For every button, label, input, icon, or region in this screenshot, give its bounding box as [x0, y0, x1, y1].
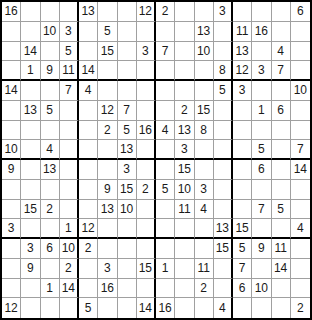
cell-r13c9-empty[interactable]: [156, 239, 175, 259]
cell-r5c6-empty[interactable]: [98, 81, 117, 101]
cell-r2c1-empty[interactable]: [2, 22, 21, 42]
cell-r8c8-empty[interactable]: [137, 140, 156, 160]
cell-r8c11-empty[interactable]: [195, 140, 214, 160]
cell-r3c9-given[interactable]: 7: [156, 42, 175, 62]
cell-r12c12-given[interactable]: 13: [214, 219, 233, 239]
cell-r5c2-empty[interactable]: [21, 81, 40, 101]
cell-r14c6-given[interactable]: 3: [98, 259, 117, 279]
cell-r5c10-empty[interactable]: [175, 81, 194, 101]
cell-r8c14-given[interactable]: 5: [252, 140, 271, 160]
cell-r8c10-given[interactable]: 3: [175, 140, 194, 160]
cell-r13c15-given[interactable]: 11: [272, 239, 291, 259]
cell-r15c10-empty[interactable]: [175, 279, 194, 299]
cell-r13c5-given[interactable]: 2: [79, 239, 98, 259]
cell-r5c12-given[interactable]: 5: [214, 81, 233, 101]
cell-r8c2-empty[interactable]: [21, 140, 40, 160]
cell-r7c12-empty[interactable]: [214, 121, 233, 141]
cell-r9c4-empty[interactable]: [60, 160, 79, 180]
cell-r10c13-empty[interactable]: [233, 180, 252, 200]
cell-r15c16-empty[interactable]: [291, 279, 310, 299]
cell-r5c7-empty[interactable]: [118, 81, 137, 101]
cell-r7c8-given[interactable]: 16: [137, 121, 156, 141]
cell-r12c14-empty[interactable]: [252, 219, 271, 239]
cell-r1c10-empty[interactable]: [175, 2, 194, 22]
cell-r15c15-empty[interactable]: [272, 279, 291, 299]
cell-r11c3-given[interactable]: 2: [41, 200, 60, 220]
cell-r16c8-given[interactable]: 14: [137, 298, 156, 318]
cell-r8c15-empty[interactable]: [272, 140, 291, 160]
cell-r9c5-empty[interactable]: [79, 160, 98, 180]
cell-r1c16-given[interactable]: 6: [291, 2, 310, 22]
cell-r14c2-given[interactable]: 9: [21, 259, 40, 279]
cell-r9c15-empty[interactable]: [272, 160, 291, 180]
cell-r5c8-empty[interactable]: [137, 81, 156, 101]
cell-r8c6-empty[interactable]: [98, 140, 117, 160]
cell-r4c6-empty[interactable]: [98, 61, 117, 81]
cell-r5c1-given[interactable]: 14: [2, 81, 21, 101]
cell-r15c13-given[interactable]: 6: [233, 279, 252, 299]
cell-r2c10-empty[interactable]: [175, 22, 194, 42]
cell-r16c6-empty[interactable]: [98, 298, 117, 318]
cell-r2c6-given[interactable]: 5: [98, 22, 117, 42]
cell-r10c11-given[interactable]: 3: [195, 180, 214, 200]
cell-r1c4-empty[interactable]: [60, 2, 79, 22]
cell-r6c9-empty[interactable]: [156, 101, 175, 121]
cell-r3c11-given[interactable]: 10: [195, 42, 214, 62]
cell-r15c14-given[interactable]: 10: [252, 279, 271, 299]
cell-r6c15-given[interactable]: 6: [272, 101, 291, 121]
cell-r8c12-empty[interactable]: [214, 140, 233, 160]
cell-r15c11-given[interactable]: 2: [195, 279, 214, 299]
cell-r15c1-empty[interactable]: [2, 279, 21, 299]
cell-r7c1-empty[interactable]: [2, 121, 21, 141]
cell-r8c5-empty[interactable]: [79, 140, 98, 160]
cell-r14c1-empty[interactable]: [2, 259, 21, 279]
cell-r13c1-empty[interactable]: [2, 239, 21, 259]
cell-r11c12-empty[interactable]: [214, 200, 233, 220]
cell-r8c7-given[interactable]: 13: [118, 140, 137, 160]
cell-r10c8-given[interactable]: 2: [137, 180, 156, 200]
cell-r3c13-given[interactable]: 13: [233, 42, 252, 62]
cell-r7c7-given[interactable]: 5: [118, 121, 137, 141]
cell-r7c6-given[interactable]: 2: [98, 121, 117, 141]
cell-r16c14-empty[interactable]: [252, 298, 271, 318]
cell-r1c13-empty[interactable]: [233, 2, 252, 22]
cell-r12c3-empty[interactable]: [41, 219, 60, 239]
cell-r6c6-given[interactable]: 12: [98, 101, 117, 121]
cell-r3c7-empty[interactable]: [118, 42, 137, 62]
cell-r3c1-empty[interactable]: [2, 42, 21, 62]
cell-r16c1-given[interactable]: 12: [2, 298, 21, 318]
cell-r9c3-given[interactable]: 13: [41, 160, 60, 180]
cell-r10c6-given[interactable]: 9: [98, 180, 117, 200]
cell-r6c3-given[interactable]: 5: [41, 101, 60, 121]
cell-r10c12-empty[interactable]: [214, 180, 233, 200]
cell-r2c3-given[interactable]: 10: [41, 22, 60, 42]
cell-r13c11-empty[interactable]: [195, 239, 214, 259]
cell-r14c14-empty[interactable]: [252, 259, 271, 279]
cell-r9c2-empty[interactable]: [21, 160, 40, 180]
cell-r2c14-given[interactable]: 16: [252, 22, 271, 42]
cell-r2c9-empty[interactable]: [156, 22, 175, 42]
cell-r12c11-empty[interactable]: [195, 219, 214, 239]
cell-r15c9-empty[interactable]: [156, 279, 175, 299]
cell-r16c12-given[interactable]: 4: [214, 298, 233, 318]
cell-r4c1-empty[interactable]: [2, 61, 21, 81]
cell-r13c7-empty[interactable]: [118, 239, 137, 259]
cell-r3c4-given[interactable]: 5: [60, 42, 79, 62]
cell-r10c14-empty[interactable]: [252, 180, 271, 200]
cell-r11c15-given[interactable]: 5: [272, 200, 291, 220]
cell-r12c4-given[interactable]: 1: [60, 219, 79, 239]
cell-r12c8-empty[interactable]: [137, 219, 156, 239]
cell-r3c10-empty[interactable]: [175, 42, 194, 62]
cell-r12c7-empty[interactable]: [118, 219, 137, 239]
cell-r15c7-empty[interactable]: [118, 279, 137, 299]
cell-r3c14-empty[interactable]: [252, 42, 271, 62]
cell-r3c5-empty[interactable]: [79, 42, 98, 62]
cell-r7c14-empty[interactable]: [252, 121, 271, 141]
cell-r12c9-empty[interactable]: [156, 219, 175, 239]
cell-r1c2-empty[interactable]: [21, 2, 40, 22]
cell-r1c12-given[interactable]: 3: [214, 2, 233, 22]
cell-r16c10-empty[interactable]: [175, 298, 194, 318]
cell-r9c13-empty[interactable]: [233, 160, 252, 180]
cell-r6c16-empty[interactable]: [291, 101, 310, 121]
cell-r9c6-empty[interactable]: [98, 160, 117, 180]
cell-r2c5-empty[interactable]: [79, 22, 98, 42]
cell-r5c9-empty[interactable]: [156, 81, 175, 101]
cell-r1c6-empty[interactable]: [98, 2, 117, 22]
cell-r14c16-empty[interactable]: [291, 259, 310, 279]
cell-r5c15-empty[interactable]: [272, 81, 291, 101]
cell-r6c2-given[interactable]: 13: [21, 101, 40, 121]
cell-r4c14-given[interactable]: 3: [252, 61, 271, 81]
cell-r13c8-empty[interactable]: [137, 239, 156, 259]
cell-r9c9-empty[interactable]: [156, 160, 175, 180]
cell-r10c9-given[interactable]: 5: [156, 180, 175, 200]
cell-r11c13-empty[interactable]: [233, 200, 252, 220]
cell-r2c7-empty[interactable]: [118, 22, 137, 42]
cell-r10c1-empty[interactable]: [2, 180, 21, 200]
cell-r12c15-empty[interactable]: [272, 219, 291, 239]
cell-r6c7-given[interactable]: 7: [118, 101, 137, 121]
cell-r2c15-empty[interactable]: [272, 22, 291, 42]
cell-r13c10-empty[interactable]: [175, 239, 194, 259]
cell-r16c15-empty[interactable]: [272, 298, 291, 318]
cell-r11c8-empty[interactable]: [137, 200, 156, 220]
cell-r9c14-given[interactable]: 6: [252, 160, 271, 180]
cell-r13c6-empty[interactable]: [98, 239, 117, 259]
cell-r7c9-given[interactable]: 4: [156, 121, 175, 141]
cell-r1c11-empty[interactable]: [195, 2, 214, 22]
cell-r8c13-empty[interactable]: [233, 140, 252, 160]
cell-r8c1-given[interactable]: 10: [2, 140, 21, 160]
cell-r9c16-given[interactable]: 14: [291, 160, 310, 180]
cell-r7c3-empty[interactable]: [41, 121, 60, 141]
cell-r15c2-empty[interactable]: [21, 279, 40, 299]
cell-r4c3-given[interactable]: 9: [41, 61, 60, 81]
cell-r5c11-empty[interactable]: [195, 81, 214, 101]
cell-r10c5-empty[interactable]: [79, 180, 98, 200]
cell-r6c1-empty[interactable]: [2, 101, 21, 121]
cell-r15c5-empty[interactable]: [79, 279, 98, 299]
cell-r14c7-empty[interactable]: [118, 259, 137, 279]
cell-r13c12-given[interactable]: 15: [214, 239, 233, 259]
cell-r15c8-empty[interactable]: [137, 279, 156, 299]
cell-r12c2-empty[interactable]: [21, 219, 40, 239]
cell-r10c16-empty[interactable]: [291, 180, 310, 200]
cell-r15c4-given[interactable]: 14: [60, 279, 79, 299]
cell-r7c10-given[interactable]: 13: [175, 121, 194, 141]
cell-r11c11-given[interactable]: 4: [195, 200, 214, 220]
cell-r5c4-given[interactable]: 7: [60, 81, 79, 101]
cell-r6c13-empty[interactable]: [233, 101, 252, 121]
cell-r2c11-given[interactable]: 13: [195, 22, 214, 42]
cell-r14c5-empty[interactable]: [79, 259, 98, 279]
cell-r3c3-empty[interactable]: [41, 42, 60, 62]
cell-r11c16-empty[interactable]: [291, 200, 310, 220]
cell-r5c13-given[interactable]: 3: [233, 81, 252, 101]
cell-r10c2-empty[interactable]: [21, 180, 40, 200]
cell-r11c6-given[interactable]: 13: [98, 200, 117, 220]
cell-r16c4-empty[interactable]: [60, 298, 79, 318]
cell-r4c4-given[interactable]: 11: [60, 61, 79, 81]
cell-r14c3-empty[interactable]: [41, 259, 60, 279]
cell-r14c4-given[interactable]: 2: [60, 259, 79, 279]
cell-r13c4-given[interactable]: 10: [60, 239, 79, 259]
cell-r16c9-given[interactable]: 16: [156, 298, 175, 318]
cell-r11c4-empty[interactable]: [60, 200, 79, 220]
cell-r7c2-empty[interactable]: [21, 121, 40, 141]
cell-r14c15-given[interactable]: 14: [272, 259, 291, 279]
cell-r9c10-given[interactable]: 15: [175, 160, 194, 180]
cell-r1c7-empty[interactable]: [118, 2, 137, 22]
cell-r1c1-given[interactable]: 16: [2, 2, 21, 22]
cell-r4c7-empty[interactable]: [118, 61, 137, 81]
cell-r9c7-given[interactable]: 3: [118, 160, 137, 180]
cell-r2c16-empty[interactable]: [291, 22, 310, 42]
cell-r7c15-empty[interactable]: [272, 121, 291, 141]
cell-r13c3-given[interactable]: 6: [41, 239, 60, 259]
cell-r12c10-empty[interactable]: [175, 219, 194, 239]
cell-r13c16-empty[interactable]: [291, 239, 310, 259]
cell-r16c16-given[interactable]: 2: [291, 298, 310, 318]
cell-r4c12-given[interactable]: 8: [214, 61, 233, 81]
cell-r9c8-empty[interactable]: [137, 160, 156, 180]
cell-r8c3-given[interactable]: 4: [41, 140, 60, 160]
cell-r5c14-empty[interactable]: [252, 81, 271, 101]
cell-r5c16-given[interactable]: 10: [291, 81, 310, 101]
cell-r6c12-empty[interactable]: [214, 101, 233, 121]
cell-r10c3-empty[interactable]: [41, 180, 60, 200]
cell-r10c7-given[interactable]: 15: [118, 180, 137, 200]
cell-r1c5-given[interactable]: 13: [79, 2, 98, 22]
cell-r2c2-empty[interactable]: [21, 22, 40, 42]
cell-r2c13-given[interactable]: 11: [233, 22, 252, 42]
cell-r3c2-given[interactable]: 14: [21, 42, 40, 62]
cell-r10c15-empty[interactable]: [272, 180, 291, 200]
cell-r14c10-empty[interactable]: [175, 259, 194, 279]
cell-r14c8-given[interactable]: 15: [137, 259, 156, 279]
cell-r11c9-empty[interactable]: [156, 200, 175, 220]
cell-r15c12-empty[interactable]: [214, 279, 233, 299]
cell-r6c11-given[interactable]: 15: [195, 101, 214, 121]
cell-r4c8-empty[interactable]: [137, 61, 156, 81]
cell-r16c11-empty[interactable]: [195, 298, 214, 318]
cell-r7c16-empty[interactable]: [291, 121, 310, 141]
cell-r9c1-given[interactable]: 9: [2, 160, 21, 180]
cell-r6c4-empty[interactable]: [60, 101, 79, 121]
cell-r7c5-empty[interactable]: [79, 121, 98, 141]
cell-r16c13-empty[interactable]: [233, 298, 252, 318]
cell-r6c10-given[interactable]: 2: [175, 101, 194, 121]
cell-r4c10-empty[interactable]: [175, 61, 194, 81]
cell-r4c16-empty[interactable]: [291, 61, 310, 81]
cell-r3c16-empty[interactable]: [291, 42, 310, 62]
cell-r10c10-given[interactable]: 10: [175, 180, 194, 200]
cell-r11c10-given[interactable]: 11: [175, 200, 194, 220]
cell-r13c2-given[interactable]: 3: [21, 239, 40, 259]
cell-r14c13-given[interactable]: 7: [233, 259, 252, 279]
cell-r8c4-empty[interactable]: [60, 140, 79, 160]
cell-r10c4-empty[interactable]: [60, 180, 79, 200]
cell-r6c14-given[interactable]: 1: [252, 101, 271, 121]
cell-r5c3-empty[interactable]: [41, 81, 60, 101]
cell-r8c16-given[interactable]: 7: [291, 140, 310, 160]
cell-r2c12-empty[interactable]: [214, 22, 233, 42]
cell-r4c15-given[interactable]: 7: [272, 61, 291, 81]
cell-r4c5-given[interactable]: 14: [79, 61, 98, 81]
cell-r12c6-empty[interactable]: [98, 219, 117, 239]
cell-r14c12-empty[interactable]: [214, 259, 233, 279]
cell-r5c5-given[interactable]: 4: [79, 81, 98, 101]
cell-r1c3-empty[interactable]: [41, 2, 60, 22]
cell-r13c13-given[interactable]: 5: [233, 239, 252, 259]
cell-r3c8-given[interactable]: 3: [137, 42, 156, 62]
cell-r7c13-empty[interactable]: [233, 121, 252, 141]
cell-r11c5-empty[interactable]: [79, 200, 98, 220]
cell-r7c11-given[interactable]: 8: [195, 121, 214, 141]
cell-r7c4-empty[interactable]: [60, 121, 79, 141]
cell-r4c11-empty[interactable]: [195, 61, 214, 81]
cell-r14c11-given[interactable]: 11: [195, 259, 214, 279]
cell-r1c15-empty[interactable]: [272, 2, 291, 22]
cell-r3c12-empty[interactable]: [214, 42, 233, 62]
cell-r9c11-empty[interactable]: [195, 160, 214, 180]
cell-r1c8-given[interactable]: 12: [137, 2, 156, 22]
cell-r14c9-given[interactable]: 1: [156, 259, 175, 279]
cell-r3c15-given[interactable]: 4: [272, 42, 291, 62]
cell-r16c5-given[interactable]: 5: [79, 298, 98, 318]
sudoku-board: 1613122361035131116145153710134191114812…: [0, 0, 312, 320]
cell-r1c9-given[interactable]: 2: [156, 2, 175, 22]
cell-r11c14-given[interactable]: 7: [252, 200, 271, 220]
cell-r13c14-given[interactable]: 9: [252, 239, 271, 259]
cell-r16c7-empty[interactable]: [118, 298, 137, 318]
cell-r8c9-empty[interactable]: [156, 140, 175, 160]
cell-r3c6-given[interactable]: 15: [98, 42, 117, 62]
cell-r4c13-given[interactable]: 12: [233, 61, 252, 81]
cell-r11c2-given[interactable]: 15: [21, 200, 40, 220]
cell-r2c4-given[interactable]: 3: [60, 22, 79, 42]
cell-r4c9-empty[interactable]: [156, 61, 175, 81]
cell-r12c13-given[interactable]: 15: [233, 219, 252, 239]
cell-r16c3-empty[interactable]: [41, 298, 60, 318]
cell-r16c2-empty[interactable]: [21, 298, 40, 318]
cell-r15c6-given[interactable]: 16: [98, 279, 117, 299]
cell-r9c12-empty[interactable]: [214, 160, 233, 180]
cell-r1c14-empty[interactable]: [252, 2, 271, 22]
cell-r6c5-empty[interactable]: [79, 101, 98, 121]
cell-r15c3-given[interactable]: 1: [41, 279, 60, 299]
cell-r6c8-empty[interactable]: [137, 101, 156, 121]
cell-r12c1-given[interactable]: 3: [2, 219, 21, 239]
cell-r2c8-empty[interactable]: [137, 22, 156, 42]
cell-r12c16-given[interactable]: 4: [291, 219, 310, 239]
cell-r11c1-empty[interactable]: [2, 200, 21, 220]
cell-r4c2-given[interactable]: 1: [21, 61, 40, 81]
cell-r12c5-given[interactable]: 12: [79, 219, 98, 239]
cell-r11c7-given[interactable]: 10: [118, 200, 137, 220]
